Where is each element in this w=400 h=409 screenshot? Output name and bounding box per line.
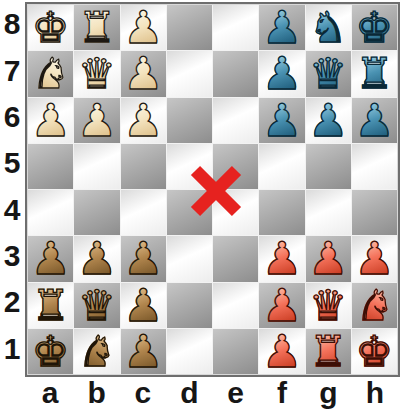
square-f6: ♟ xyxy=(259,98,304,143)
square-b2: ♛ xyxy=(74,283,119,328)
piece-brown-king-a1: ♚ xyxy=(32,329,70,374)
board-frame: ♚♜♟♟♞♚♞♛♟♟♛♜♟♟♟♟♟♟♟♟♟♟♟♟♜♛♟♟♛♞♚♞♟♟♜♚ xyxy=(25,2,400,377)
rank-label-5: 5 xyxy=(0,140,24,186)
square-d1 xyxy=(167,329,212,374)
square-a6: ♟ xyxy=(28,98,73,143)
file-label-g: g xyxy=(305,376,351,409)
square-e1 xyxy=(213,329,258,374)
piece-red-pawn-f1: ♟ xyxy=(262,329,302,374)
file-label-e: e xyxy=(213,376,259,409)
square-h7: ♜ xyxy=(352,51,397,96)
piece-blue-pawn-f8: ♟ xyxy=(262,5,302,50)
square-f4 xyxy=(259,190,304,235)
piece-brown-pawn-c3: ♟ xyxy=(123,236,163,281)
rank-labels: 87654321 xyxy=(0,1,24,372)
square-f5 xyxy=(259,144,304,189)
square-h3: ♟ xyxy=(352,236,397,281)
rank-label-3: 3 xyxy=(0,233,24,279)
square-d8 xyxy=(167,5,212,50)
square-h5 xyxy=(352,144,397,189)
piece-brown-queen-b2: ♛ xyxy=(78,283,116,328)
piece-red-pawn-f2: ♟ xyxy=(262,283,302,328)
piece-cream-queen-b7: ♛ xyxy=(78,51,116,96)
file-label-h: h xyxy=(352,376,398,409)
piece-blue-knight-g8: ♞ xyxy=(309,5,347,50)
rank-label-8: 8 xyxy=(0,1,24,47)
piece-cream-knight-a7: ♞ xyxy=(32,51,70,96)
square-b5 xyxy=(74,144,119,189)
rank-label-1: 1 xyxy=(0,326,24,372)
square-h8: ♚ xyxy=(352,5,397,50)
piece-blue-queen-g7: ♛ xyxy=(309,51,347,96)
square-b6: ♟ xyxy=(74,98,119,143)
rank-label-2: 2 xyxy=(0,279,24,325)
piece-cream-king-a8: ♚ xyxy=(32,5,70,50)
square-h1: ♚ xyxy=(352,329,397,374)
square-c8: ♟ xyxy=(121,5,166,50)
square-a5 xyxy=(28,144,73,189)
square-a2: ♜ xyxy=(28,283,73,328)
file-label-f: f xyxy=(259,376,305,409)
file-label-c: c xyxy=(120,376,166,409)
square-c2: ♟ xyxy=(121,283,166,328)
square-c3: ♟ xyxy=(121,236,166,281)
square-a1: ♚ xyxy=(28,329,73,374)
square-h4 xyxy=(352,190,397,235)
square-a3: ♟ xyxy=(28,236,73,281)
piece-cream-rook-b8: ♜ xyxy=(78,5,116,50)
piece-brown-pawn-a3: ♟ xyxy=(30,236,70,281)
square-d7 xyxy=(167,51,212,96)
piece-cream-pawn-b6: ♟ xyxy=(77,98,117,143)
square-e8 xyxy=(213,5,258,50)
square-e3 xyxy=(213,236,258,281)
piece-brown-rook-a2: ♜ xyxy=(32,283,70,328)
square-f3: ♟ xyxy=(259,236,304,281)
square-b1: ♞ xyxy=(74,329,119,374)
square-e7 xyxy=(213,51,258,96)
square-a4 xyxy=(28,190,73,235)
file-labels: abcdefgh xyxy=(27,376,398,409)
piece-cream-pawn-c7: ♟ xyxy=(123,51,163,96)
file-label-b: b xyxy=(73,376,119,409)
piece-red-pawn-f3: ♟ xyxy=(262,236,302,281)
piece-red-king-h1: ♚ xyxy=(356,329,394,374)
piece-brown-pawn-c1: ♟ xyxy=(123,329,163,374)
square-c5 xyxy=(121,144,166,189)
piece-blue-pawn-f7: ♟ xyxy=(262,51,302,96)
square-g1: ♜ xyxy=(306,329,351,374)
piece-blue-rook-h7: ♜ xyxy=(356,51,394,96)
rank-label-4: 4 xyxy=(0,187,24,233)
square-e6 xyxy=(213,98,258,143)
square-b3: ♟ xyxy=(74,236,119,281)
square-g5 xyxy=(306,144,351,189)
square-g8: ♞ xyxy=(306,5,351,50)
piece-red-queen-g2: ♛ xyxy=(309,283,347,328)
square-h6: ♟ xyxy=(352,98,397,143)
square-h2: ♞ xyxy=(352,283,397,328)
square-d3 xyxy=(167,236,212,281)
square-f1: ♟ xyxy=(259,329,304,374)
piece-blue-pawn-f6: ♟ xyxy=(262,98,302,143)
square-e5 xyxy=(213,144,258,189)
square-a8: ♚ xyxy=(28,5,73,50)
square-c1: ♟ xyxy=(121,329,166,374)
square-g2: ♛ xyxy=(306,283,351,328)
square-a7: ♞ xyxy=(28,51,73,96)
piece-red-pawn-h3: ♟ xyxy=(354,236,394,281)
square-f8: ♟ xyxy=(259,5,304,50)
square-d6 xyxy=(167,98,212,143)
square-e2 xyxy=(213,283,258,328)
square-f2: ♟ xyxy=(259,283,304,328)
square-g3: ♟ xyxy=(306,236,351,281)
rank-label-6: 6 xyxy=(0,94,24,140)
piece-blue-king-h8: ♚ xyxy=(356,5,394,50)
piece-red-knight-h2: ♞ xyxy=(356,283,394,328)
square-d4 xyxy=(167,190,212,235)
square-c6: ♟ xyxy=(121,98,166,143)
piece-brown-knight-b1: ♞ xyxy=(78,329,116,374)
piece-red-pawn-g3: ♟ xyxy=(308,236,348,281)
chess-board: ♚♜♟♟♞♚♞♛♟♟♛♜♟♟♟♟♟♟♟♟♟♟♟♟♜♛♟♟♛♞♚♞♟♟♜♚ xyxy=(28,5,397,374)
square-d2 xyxy=(167,283,212,328)
square-g6: ♟ xyxy=(306,98,351,143)
square-f7: ♟ xyxy=(259,51,304,96)
file-label-d: d xyxy=(166,376,212,409)
piece-blue-pawn-h6: ♟ xyxy=(354,98,394,143)
piece-cream-pawn-a6: ♟ xyxy=(30,98,70,143)
square-c7: ♟ xyxy=(121,51,166,96)
piece-brown-pawn-c2: ♟ xyxy=(123,283,163,328)
square-b7: ♛ xyxy=(74,51,119,96)
file-label-a: a xyxy=(27,376,73,409)
square-b8: ♜ xyxy=(74,5,119,50)
square-g4 xyxy=(306,190,351,235)
chess-diagram: 87654321 ♚♜♟♟♞♚♞♛♟♟♛♜♟♟♟♟♟♟♟♟♟♟♟♟♜♛♟♟♛♞♚… xyxy=(0,0,400,409)
square-g7: ♛ xyxy=(306,51,351,96)
rank-label-7: 7 xyxy=(0,47,24,93)
square-b4 xyxy=(74,190,119,235)
piece-red-rook-g1: ♜ xyxy=(309,329,347,374)
square-e4 xyxy=(213,190,258,235)
piece-cream-pawn-c8: ♟ xyxy=(123,5,163,50)
square-d5 xyxy=(167,144,212,189)
piece-brown-pawn-b3: ♟ xyxy=(77,236,117,281)
piece-blue-pawn-g6: ♟ xyxy=(308,98,348,143)
square-c4 xyxy=(121,190,166,235)
piece-cream-pawn-c6: ♟ xyxy=(123,98,163,143)
